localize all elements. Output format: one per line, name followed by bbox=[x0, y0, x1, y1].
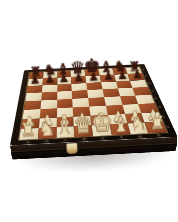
piece-black-bishop: ♝ bbox=[56, 62, 70, 78]
square-f2: ♟ bbox=[107, 114, 127, 125]
square-e4 bbox=[88, 97, 105, 106]
square-g2: ♟ bbox=[124, 113, 144, 124]
box-lid-seam bbox=[11, 144, 177, 154]
square-d5 bbox=[72, 90, 88, 99]
square-b5 bbox=[41, 92, 57, 101]
chess-set-product-photo: ♜♞♝♛♚♝♞♜♟♟♟♟♟♟♟♟♟♟♟♟♟♟♟♟♜♞♝♛♚♝♞♜ abcdefg… bbox=[0, 0, 178, 222]
chess-set-scene: ♜♞♝♛♚♝♞♜♟♟♟♟♟♟♟♟♟♟♟♟♟♟♟♟♜♞♝♛♚♝♞♜ abcdefg… bbox=[11, 22, 166, 205]
square-f4 bbox=[104, 96, 122, 105]
chess-box-top: ♜♞♝♛♚♝♞♜♟♟♟♟♟♟♟♟♟♟♟♟♟♟♟♟♜♞♝♛♚♝♞♜ abcdefg… bbox=[10, 64, 178, 146]
square-b3 bbox=[39, 108, 56, 118]
square-c5 bbox=[57, 91, 73, 100]
square-c2: ♟ bbox=[56, 116, 74, 127]
square-b6 bbox=[42, 84, 57, 92]
square-a3 bbox=[22, 109, 40, 119]
square-e5 bbox=[87, 89, 104, 98]
brass-clasp-icon bbox=[66, 143, 77, 154]
piece-black-queen: ♛ bbox=[70, 59, 86, 77]
piece-black-rook: ♜ bbox=[29, 65, 42, 79]
perspective-wrapper: ♜♞♝♛♚♝♞♜♟♟♟♟♟♟♟♟♟♟♟♟♟♟♟♟♜♞♝♛♚♝♞♜ abcdefg… bbox=[15, 24, 162, 171]
piece-black-knight: ♞ bbox=[43, 63, 57, 78]
